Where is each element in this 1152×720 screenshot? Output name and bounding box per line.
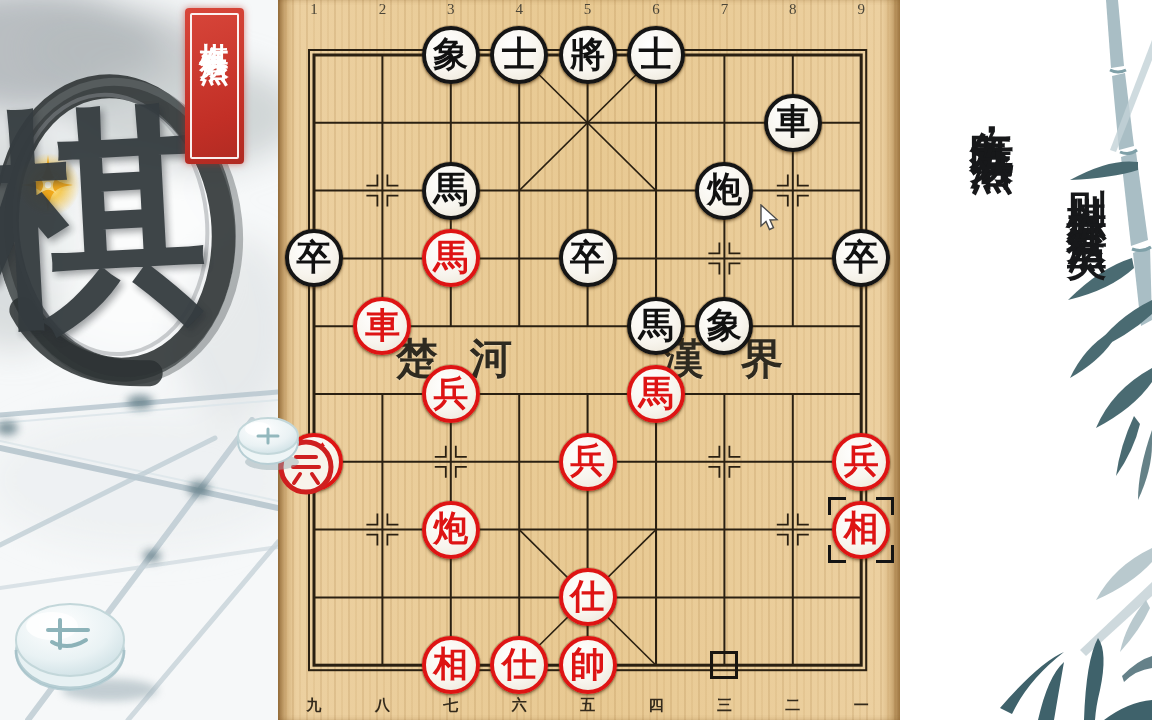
file-number-bottom: 七 [441, 696, 461, 715]
piece-char: 士 [502, 31, 537, 78]
file-number-bottom: 二 [783, 696, 803, 715]
file-number-top: 7 [714, 1, 734, 18]
piece-char: 相 [844, 505, 879, 552]
piece-red-cannon[interactable]: 炮 [422, 501, 480, 559]
teal-calligraphy-strokes [1000, 638, 1152, 720]
piece-char: 車 [365, 302, 400, 349]
piece-black-horse[interactable]: 馬 [422, 162, 480, 220]
file-number-top: 8 [783, 1, 803, 18]
piece-red-elephant[interactable]: 相 [422, 636, 480, 694]
piece-black-soldier[interactable]: 卒 [285, 229, 343, 287]
glass-piece-art [16, 604, 158, 701]
piece-char: 仕 [570, 573, 605, 620]
piece-char: 將 [570, 31, 605, 78]
file-number-bottom: 四 [646, 696, 666, 715]
piece-char: 相 [433, 641, 468, 688]
edge-glass-piece-art [238, 418, 299, 470]
piece-red-soldier[interactable]: 兵 [832, 433, 890, 491]
piece-black-elephant[interactable]: 象 [422, 26, 480, 84]
calligraphy-line-1: 气既有浩然， [962, 96, 1021, 170]
piece-char: 車 [775, 98, 810, 145]
mouse-cursor [759, 204, 785, 234]
piece-red-soldier[interactable]: 兵 [559, 433, 617, 491]
piece-black-chariot[interactable]: 車 [764, 94, 822, 152]
bamboo-ink-painting [900, 0, 1152, 720]
calligraphy-line-2: 则棋亦必有浩然矣 [1059, 158, 1114, 214]
bamboo-leaves-light [1080, 548, 1152, 656]
file-number-bottom: 八 [372, 696, 392, 715]
piece-char: 象 [707, 302, 742, 349]
piece-black-advisor[interactable]: 士 [490, 26, 548, 84]
piece-red-advisor[interactable]: 仕 [490, 636, 548, 694]
piece-char: 帥 [570, 641, 605, 688]
piece-char: 炮 [707, 166, 742, 213]
file-number-bottom: 一 [851, 696, 871, 715]
piece-char: 仕 [502, 641, 537, 688]
file-number-top: 4 [509, 1, 529, 18]
piece-black-cannon[interactable]: 炮 [695, 162, 753, 220]
file-number-top: 1 [304, 1, 324, 18]
xiangqi-board-panel: 123456789 九八七六五四三二一 楚河 漢界 象士將士車馬炮卒馬卒卒車馬象… [278, 0, 900, 720]
piece-black-advisor[interactable]: 士 [627, 26, 685, 84]
right-art-panel: 气既有浩然， 则棋亦必有浩然矣 [900, 0, 1152, 720]
file-number-bottom: 九 [304, 696, 324, 715]
piece-char: 卒 [844, 234, 879, 281]
piece-red-horse[interactable]: 馬 [422, 229, 480, 287]
piece-black-soldier[interactable]: 卒 [559, 229, 617, 287]
piece-char: 卒 [297, 234, 332, 281]
piece-char: 馬 [433, 166, 468, 213]
file-number-bottom: 五 [578, 696, 598, 715]
screenshot-stage: 棋 棋有浩然 123456789 九八七六五四三二一 楚河 漢界 象士將士車馬炮… [0, 0, 1152, 720]
piece-black-horse[interactable]: 馬 [627, 297, 685, 355]
piece-char: 兵 [433, 370, 468, 417]
seal-inner-frame: 棋有浩然 [190, 13, 239, 159]
piece-char: 士 [639, 31, 674, 78]
file-number-top: 3 [441, 1, 461, 18]
piece-char: 象 [433, 31, 468, 78]
piece-red-king[interactable]: 帥 [559, 636, 617, 694]
edge-decorative-pieces [232, 402, 352, 522]
last-move-from-marker [710, 651, 738, 679]
file-number-top: 6 [646, 1, 666, 18]
file-number-top: 9 [851, 1, 871, 18]
piece-char: 炮 [433, 505, 468, 552]
file-number-bottom: 六 [509, 696, 529, 715]
piece-red-soldier[interactable]: 兵 [422, 365, 480, 423]
piece-red-elephant[interactable]: 相 [832, 501, 890, 559]
left-art-panel: 棋 棋有浩然 [0, 0, 278, 720]
piece-char: 馬 [433, 234, 468, 281]
piece-char: 卒 [570, 234, 605, 281]
piece-char: 馬 [639, 302, 674, 349]
piece-black-general[interactable]: 將 [559, 26, 617, 84]
piece-char: 兵 [570, 437, 605, 484]
piece-char: 兵 [844, 437, 879, 484]
file-number-bottom: 三 [714, 696, 734, 715]
seal-stamp: 棋有浩然 [185, 8, 244, 164]
piece-char: 馬 [639, 370, 674, 417]
file-number-top: 2 [372, 1, 392, 18]
piece-red-advisor[interactable]: 仕 [559, 568, 617, 626]
piece-red-horse[interactable]: 馬 [627, 365, 685, 423]
file-number-top: 5 [578, 1, 598, 18]
seal-text: 棋有浩然 [195, 19, 235, 157]
